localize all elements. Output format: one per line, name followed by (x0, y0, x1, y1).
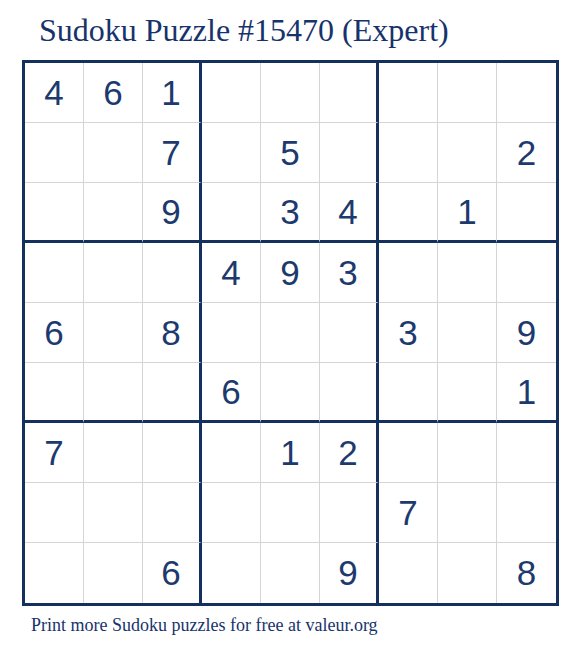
cell-r4c3 (143, 243, 202, 303)
cell-r7c1: 7 (25, 423, 84, 483)
cell-r3c5: 3 (261, 183, 320, 243)
cell-r7c4 (202, 423, 261, 483)
cell-r2c1 (25, 123, 84, 183)
cell-r4c1 (25, 243, 84, 303)
cell-r6c3 (143, 363, 202, 423)
cell-r9c2 (84, 543, 143, 603)
cell-r3c9 (497, 183, 556, 243)
cell-r3c2 (84, 183, 143, 243)
cell-r5c5 (261, 303, 320, 363)
cell-r7c3 (143, 423, 202, 483)
cell-r4c8 (438, 243, 497, 303)
cell-r6c4: 6 (202, 363, 261, 423)
cell-r8c6 (320, 483, 379, 543)
cell-r2c6 (320, 123, 379, 183)
cell-r4c5: 9 (261, 243, 320, 303)
cell-r1c1: 4 (25, 63, 84, 123)
cell-r5c2 (84, 303, 143, 363)
cell-r6c8 (438, 363, 497, 423)
cell-r2c7 (379, 123, 438, 183)
cell-r3c6: 4 (320, 183, 379, 243)
cell-r2c3: 7 (143, 123, 202, 183)
cell-r2c5: 5 (261, 123, 320, 183)
page-title: Sudoku Puzzle #15470 (Expert) (39, 13, 449, 48)
cell-r7c5: 1 (261, 423, 320, 483)
cell-r4c7 (379, 243, 438, 303)
cell-r8c2 (84, 483, 143, 543)
cell-r6c7 (379, 363, 438, 423)
cell-r6c2 (84, 363, 143, 423)
cell-r5c8 (438, 303, 497, 363)
cell-r1c9 (497, 63, 556, 123)
cell-r8c7: 7 (379, 483, 438, 543)
cell-r1c7 (379, 63, 438, 123)
cell-r9c1 (25, 543, 84, 603)
cell-r9c8 (438, 543, 497, 603)
sudoku-grid: 46175293414936839617127698 (22, 60, 559, 606)
cell-r5c4 (202, 303, 261, 363)
cell-r1c6 (320, 63, 379, 123)
cell-r9c5 (261, 543, 320, 603)
cell-r3c4 (202, 183, 261, 243)
cell-r7c9 (497, 423, 556, 483)
cell-r9c3: 6 (143, 543, 202, 603)
cell-r3c1 (25, 183, 84, 243)
cell-r9c9: 8 (497, 543, 556, 603)
cell-r8c4 (202, 483, 261, 543)
cell-r8c9 (497, 483, 556, 543)
cell-r9c6: 9 (320, 543, 379, 603)
cell-r5c6 (320, 303, 379, 363)
cell-r1c4 (202, 63, 261, 123)
cell-r1c2: 6 (84, 63, 143, 123)
cell-r8c1 (25, 483, 84, 543)
cell-r7c8 (438, 423, 497, 483)
cell-r2c4 (202, 123, 261, 183)
cell-r6c1 (25, 363, 84, 423)
cell-r4c2 (84, 243, 143, 303)
cell-r8c5 (261, 483, 320, 543)
cell-r4c9 (497, 243, 556, 303)
cell-r2c2 (84, 123, 143, 183)
cell-r3c8: 1 (438, 183, 497, 243)
cell-r5c1: 6 (25, 303, 84, 363)
cell-r2c8 (438, 123, 497, 183)
cell-r1c3: 1 (143, 63, 202, 123)
cell-r8c3 (143, 483, 202, 543)
cell-r9c7 (379, 543, 438, 603)
cell-r6c5 (261, 363, 320, 423)
cell-r1c5 (261, 63, 320, 123)
cell-r7c6: 2 (320, 423, 379, 483)
cell-r6c9: 1 (497, 363, 556, 423)
cell-r3c3: 9 (143, 183, 202, 243)
cell-r7c2 (84, 423, 143, 483)
cell-r2c9: 2 (497, 123, 556, 183)
cell-r6c6 (320, 363, 379, 423)
cell-r1c8 (438, 63, 497, 123)
cell-r4c4: 4 (202, 243, 261, 303)
cell-r5c7: 3 (379, 303, 438, 363)
cell-r7c7 (379, 423, 438, 483)
cell-r4c6: 3 (320, 243, 379, 303)
cell-r9c4 (202, 543, 261, 603)
cell-r8c8 (438, 483, 497, 543)
footer-note: Print more Sudoku puzzles for free at va… (31, 615, 378, 636)
cell-r5c9: 9 (497, 303, 556, 363)
cell-r3c7 (379, 183, 438, 243)
cell-r5c3: 8 (143, 303, 202, 363)
